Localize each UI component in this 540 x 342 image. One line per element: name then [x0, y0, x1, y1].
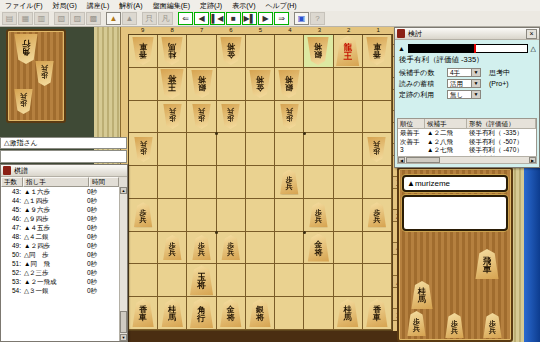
kifu-column-header: 指し手 — [23, 177, 89, 187]
candidate-row[interactable]: 3▲２七飛後手有利（ -470） — [398, 146, 536, 155]
new-file-icon: ▤ — [2, 12, 17, 25]
shogi-piece[interactable]: 歩兵 — [192, 104, 211, 129]
file-label: 1 — [364, 27, 393, 34]
analysis-control-row: 定跡の利用無し▼ — [395, 89, 539, 100]
kifu-cell: ▲４五歩 — [21, 223, 87, 232]
shogi-piece[interactable]: 桂馬 — [161, 37, 183, 65]
board-cell[interactable] — [217, 199, 246, 232]
board-flip-icon: 只 — [142, 12, 157, 25]
kifu-titlebar[interactable]: 棋譜 — [1, 165, 127, 177]
shogi-piece[interactable]: 王将 — [160, 69, 184, 99]
shogi-piece[interactable]: 銀将 — [249, 299, 271, 327]
kifu-row[interactable]: 49:▲２四歩0秒 — [1, 241, 121, 250]
shogi-piece[interactable]: 金将 — [307, 234, 329, 262]
board-cell[interactable]: 歩兵 — [363, 199, 392, 232]
analysis-window: 検討 × ▲ △ 後手有利（評価値 -335） 候補手の数4手▼思考中読みの蓄積… — [394, 27, 540, 168]
board-cell[interactable]: 銀将 — [304, 35, 333, 68]
kifu-row[interactable]: 46:△９四歩0秒 — [1, 214, 121, 223]
kifu-row[interactable]: 43:▲１六歩0秒 — [1, 187, 121, 196]
board-cell[interactable] — [129, 264, 158, 297]
save-file-icon: ▥ — [34, 12, 49, 25]
kifu-cell: 49: — [1, 241, 21, 250]
board-cell[interactable]: 歩兵 — [187, 232, 216, 265]
board-cell[interactable]: 銀将 — [246, 297, 275, 330]
board-cell[interactable] — [334, 101, 363, 134]
shogi-piece[interactable]: 歩兵 — [483, 313, 502, 338]
board-cell[interactable] — [304, 264, 333, 297]
board-cell[interactable]: 歩兵 — [158, 101, 187, 134]
kifu-row[interactable]: 51:▲同 飛0秒 — [1, 259, 121, 268]
nav-stop-icon[interactable]: ■ — [226, 12, 241, 25]
open-file-icon: ▦ — [18, 12, 33, 25]
board-cell[interactable]: 角行 — [187, 297, 216, 330]
candidate-cell: ▲２七飛 — [425, 146, 467, 155]
kifu-row[interactable]: 52:△２三歩0秒 — [1, 268, 121, 277]
edit-icon: ▩ — [86, 12, 101, 25]
kifu-cell: ▲２四歩 — [21, 241, 87, 250]
board-cell[interactable] — [129, 101, 158, 134]
kifu-scroll-thumb[interactable] — [120, 311, 127, 333]
board-grid[interactable]: 香車桂馬金将銀将龍王香車王将銀将金将銀将歩兵歩兵歩兵歩兵歩兵歩兵歩兵歩兵歩兵歩兵… — [128, 34, 393, 331]
menu-item-1[interactable]: 対局(G) — [48, 1, 82, 11]
board-cell[interactable] — [275, 232, 304, 265]
shogi-piece[interactable]: 金将 — [220, 299, 242, 327]
control-dropdown[interactable]: 活用▼ — [447, 79, 481, 88]
board-cell[interactable]: 歩兵 — [217, 232, 246, 265]
nav-back-one-icon[interactable]: ▌◀ — [210, 12, 225, 25]
board-cell[interactable] — [246, 199, 275, 232]
kifu-cell: 45: — [1, 205, 21, 214]
board-cell[interactable] — [129, 68, 158, 101]
board-cell[interactable]: 銀将 — [275, 68, 304, 101]
start-game-icon[interactable]: ▲ — [106, 12, 121, 25]
candidate-cell: 最善手 — [398, 129, 425, 138]
board-cell[interactable] — [334, 166, 363, 199]
file-label: 7 — [187, 27, 216, 34]
kifu-scrollbar[interactable]: ▲ ▼ — [119, 187, 127, 341]
board-cell[interactable]: 金将 — [304, 232, 333, 265]
close-icon[interactable]: × — [526, 29, 537, 39]
board-cell[interactable]: 金将 — [246, 68, 275, 101]
gote-player-name: △激指さん — [0, 137, 127, 149]
board-cell[interactable] — [304, 166, 333, 199]
kifu-cell: △１四歩 — [21, 196, 87, 205]
board-cell[interactable]: 歩兵 — [275, 166, 304, 199]
board-cell[interactable]: 歩兵 — [129, 199, 158, 232]
board-cell[interactable] — [246, 232, 275, 265]
board-bottom-frame — [121, 331, 409, 342]
kifu-column-header: 時間 — [89, 177, 119, 187]
board-cell[interactable]: 香車 — [129, 35, 158, 68]
shogi-piece[interactable]: 歩兵 — [134, 202, 153, 227]
board-cell[interactable] — [275, 264, 304, 297]
shogi-piece[interactable]: 桂馬 — [411, 281, 433, 309]
kifu-cell: △４二銀 — [21, 232, 87, 241]
board-cell[interactable] — [158, 199, 187, 232]
analysis-body: ▲ △ 後手有利（評価値 -335） 候補手の数4手▼思考中読みの蓄積活用▼(P… — [395, 40, 539, 167]
chevron-down-icon[interactable]: ▼ — [471, 69, 480, 76]
board-cell[interactable]: 歩兵 — [304, 199, 333, 232]
kifu-cell: 53: — [1, 277, 21, 286]
kifu-cell: 43: — [1, 187, 21, 196]
board-cell[interactable] — [275, 133, 304, 166]
board-cell[interactable]: 桂馬 — [334, 297, 363, 330]
kifu-cell: 0秒 — [87, 268, 121, 277]
board-cell[interactable] — [217, 264, 246, 297]
board-cell[interactable]: 桂馬 — [158, 35, 187, 68]
board-cell[interactable]: 歩兵 — [275, 101, 304, 134]
shogi-piece[interactable]: 歩兵 — [163, 104, 182, 129]
dropdown-value: 活用 — [448, 80, 471, 87]
board-cell[interactable] — [363, 264, 392, 297]
scroll-up-icon[interactable]: ▲ — [120, 187, 127, 194]
board-cell[interactable] — [217, 133, 246, 166]
board-cell[interactable] — [275, 297, 304, 330]
analysis-window-title: 検討 — [408, 29, 526, 39]
board-cell[interactable] — [304, 297, 333, 330]
analysis-window-icon — [397, 29, 405, 38]
kifu-cell: ▲９六歩 — [21, 205, 87, 214]
menu-item-6[interactable]: 表示(V) — [227, 1, 260, 11]
file-label: 9 — [128, 27, 157, 34]
shogi-piece[interactable]: 香車 — [366, 37, 388, 65]
board-cell[interactable] — [363, 232, 392, 265]
kifu-cell: ▲１六歩 — [21, 187, 87, 196]
hint-icon: ▲ — [122, 12, 137, 25]
board-edit-icon: 凡 — [158, 12, 173, 25]
candidate-header-cell: 順位 — [398, 119, 425, 128]
kifu-cell: ▲同 飛 — [21, 259, 87, 268]
board-cell[interactable] — [275, 199, 304, 232]
nav-first-icon[interactable]: ⇐ — [178, 12, 193, 25]
board-cell[interactable]: 銀将 — [187, 68, 216, 101]
shogi-piece[interactable]: 銀将 — [191, 70, 213, 98]
kifu-cell: 52: — [1, 268, 21, 277]
chevron-down-icon[interactable]: ▼ — [471, 91, 480, 98]
candidate-table-header: 順位候補手形勢（評価値） — [398, 119, 536, 129]
kifu-cell: 54: — [1, 286, 21, 295]
kifu-cell: △２三歩 — [21, 268, 87, 277]
shogi-piece[interactable]: 歩兵 — [134, 137, 153, 162]
kifu-row[interactable]: 45:▲９六歩0秒 — [1, 205, 121, 214]
shogi-piece[interactable]: 金将 — [249, 70, 271, 98]
control-dropdown[interactable]: 無し▼ — [447, 90, 481, 99]
file-label: 6 — [216, 27, 245, 34]
kifu-cell: 0秒 — [87, 259, 121, 268]
kifu-move-list[interactable]: 43:▲１六歩0秒44:△１四歩0秒45:▲９六歩0秒46:△９四歩0秒47:▲… — [1, 187, 121, 341]
kifu-cell: ▲２一飛成 — [21, 277, 87, 286]
shogi-piece[interactable]: 歩兵 — [280, 169, 299, 194]
shogi-piece[interactable]: 龍王 — [336, 36, 360, 66]
board-cell[interactable] — [129, 166, 158, 199]
control-label: 読みの蓄積 — [399, 79, 447, 89]
shogi-piece[interactable]: 歩兵 — [407, 311, 426, 336]
evaluation-text: 後手有利（評価値 -335） — [395, 55, 539, 67]
board-cell[interactable]: 桂馬 — [158, 297, 187, 330]
board-cell[interactable] — [246, 264, 275, 297]
shogi-piece[interactable]: 玉将 — [190, 265, 214, 295]
hoshi-dot — [303, 231, 306, 234]
kifu-cell: 0秒 — [87, 277, 121, 286]
shogi-board: 987654321 香車桂馬金将銀将龍王香車王将銀将金将銀将歩兵歩兵歩兵歩兵歩兵… — [120, 27, 408, 342]
board-cell[interactable] — [363, 166, 392, 199]
candidate-cell: 後手有利（ -507） — [467, 138, 536, 147]
candidate-cell: 次善手 — [398, 138, 425, 147]
shogi-piece[interactable]: 歩兵 — [192, 235, 211, 260]
board-cell[interactable]: 歩兵 — [363, 133, 392, 166]
board-cell[interactable] — [158, 166, 187, 199]
shogi-piece[interactable]: 飛車 — [475, 249, 499, 279]
evaluation-fill — [409, 45, 475, 52]
file-label: 2 — [334, 27, 363, 34]
kifu-row[interactable]: 47:▲４五歩0秒 — [1, 223, 121, 232]
board-cell[interactable]: 香車 — [363, 297, 392, 330]
kifu-cell: 0秒 — [87, 187, 121, 196]
kifu-window-title: 棋譜 — [14, 166, 125, 176]
board-cell[interactable] — [187, 133, 216, 166]
shogi-piece[interactable]: 歩兵 — [367, 202, 386, 227]
hoshi-dot — [215, 132, 218, 135]
shogi-piece[interactable]: 角行 — [190, 298, 214, 328]
board-cell[interactable]: 歩兵 — [187, 101, 216, 134]
hoshi-dot — [303, 132, 306, 135]
candidate-cell: 3 — [398, 146, 425, 155]
kifu-cell: 0秒 — [87, 241, 121, 250]
board-cell[interactable] — [187, 35, 216, 68]
undo-icon: ▧ — [54, 12, 69, 25]
control-status-text: 思考中 — [489, 68, 510, 78]
board-cell[interactable]: 歩兵 — [129, 133, 158, 166]
board-cell[interactable] — [363, 68, 392, 101]
monitor-icon[interactable]: ▣ — [294, 12, 309, 25]
board-cell[interactable] — [246, 101, 275, 134]
board-cell[interactable] — [275, 35, 304, 68]
shogi-piece[interactable]: 香車 — [132, 37, 154, 65]
menu-item-5[interactable]: 定跡(J) — [195, 1, 227, 11]
kifu-cell: 0秒 — [87, 196, 121, 205]
board-cell[interactable]: 龍王 — [334, 35, 363, 68]
candidate-header-cell: 候補手 — [425, 119, 467, 128]
kifu-cell: 0秒 — [87, 232, 121, 241]
toolbar: ▤▦▥▧▨▩▲▲只凡⇐◀▌◀■▶▌▶⇒▣? — [0, 11, 540, 27]
kifu-cell: 0秒 — [87, 286, 121, 295]
candidate-cell: 後手有利（ -335） — [467, 129, 536, 138]
menu-item-2[interactable]: 講座(L) — [82, 1, 115, 11]
board-cell[interactable] — [304, 68, 333, 101]
kifu-cell: 0秒 — [87, 205, 121, 214]
gote-comment-box — [0, 150, 127, 163]
analysis-control-row: 読みの蓄積活用▼(Pro+) — [395, 78, 539, 89]
candidate-header-cell: 形勢（評価値） — [467, 119, 536, 128]
board-cell[interactable] — [246, 133, 275, 166]
dropdown-value: 4手 — [448, 69, 471, 76]
board-cell[interactable]: 香車 — [363, 35, 392, 68]
board-cell[interactable] — [187, 199, 216, 232]
shogi-piece[interactable]: 歩兵 — [163, 235, 182, 260]
kifu-cell: △９四歩 — [21, 214, 87, 223]
help-icon: ? — [310, 12, 325, 25]
file-label: 8 — [157, 27, 186, 34]
kifu-cell: 0秒 — [87, 223, 121, 232]
board-cell[interactable] — [304, 133, 333, 166]
board-cell[interactable]: 歩兵 — [158, 232, 187, 265]
kifu-row[interactable]: 53:▲２一飛成0秒 — [1, 277, 121, 286]
shogi-piece[interactable]: 香車 — [366, 299, 388, 327]
kifu-column-header: 手数 — [1, 177, 23, 187]
nav-forward-one-icon[interactable]: ▶▌ — [242, 12, 257, 25]
shogi-piece[interactable]: 歩兵 — [35, 61, 54, 86]
nav-back-icon[interactable]: ◀ — [194, 12, 209, 25]
kifu-row[interactable]: 44:△１四歩0秒 — [1, 196, 121, 205]
board-cell[interactable]: 金将 — [217, 35, 246, 68]
kifu-row[interactable]: 50:△同 歩0秒 — [1, 250, 121, 259]
nav-forward-icon[interactable]: ▶ — [258, 12, 273, 25]
candidate-row[interactable]: 次善手▲２八飛後手有利（ -507） — [398, 138, 536, 147]
dropdown-value: 無し — [448, 91, 471, 98]
shogi-piece[interactable]: 金将 — [220, 37, 242, 65]
kifu-window-icon — [3, 166, 11, 175]
board-cell[interactable]: 王将 — [158, 68, 187, 101]
kifu-row[interactable]: 48:△４二銀0秒 — [1, 232, 121, 241]
shogi-piece[interactable]: 歩兵 — [445, 313, 464, 338]
kifu-cell: 44: — [1, 196, 21, 205]
gote-piece-stand[interactable]: 角行歩兵歩兵 — [6, 29, 66, 123]
control-label: 定跡の利用 — [399, 90, 447, 100]
control-dropdown[interactable]: 4手▼ — [447, 68, 481, 77]
board-cell[interactable] — [129, 232, 158, 265]
board-cell[interactable] — [334, 68, 363, 101]
chevron-down-icon[interactable]: ▼ — [471, 80, 480, 87]
candidate-scroll-thumb[interactable] — [406, 157, 440, 163]
shogi-piece[interactable]: 歩兵 — [221, 104, 240, 129]
candidate-cell: ▲２二飛 — [425, 129, 467, 138]
shogi-piece[interactable]: 銀将 — [307, 37, 329, 65]
file-label: 3 — [305, 27, 334, 34]
board-cell[interactable] — [187, 166, 216, 199]
shogi-piece[interactable]: 銀将 — [278, 70, 300, 98]
candidate-cell: ▲２八飛 — [425, 138, 467, 147]
kifu-cell: 0秒 — [87, 250, 121, 259]
candidate-row[interactable]: 最善手▲２二飛後手有利（ -335） — [398, 129, 536, 138]
shogi-piece[interactable]: 歩兵 — [367, 137, 386, 162]
menu-item-7[interactable]: ヘルプ(H) — [260, 1, 301, 11]
board-cell[interactable] — [334, 199, 363, 232]
board-cell[interactable] — [363, 101, 392, 134]
candidate-cell: 後手有利（ -470） — [467, 146, 536, 155]
gote-mark: △ — [531, 45, 536, 53]
board-cell[interactable] — [246, 166, 275, 199]
board-cell[interactable] — [158, 133, 187, 166]
shogi-piece[interactable]: 桂馬 — [161, 299, 183, 327]
scroll-down-icon[interactable]: ▼ — [120, 334, 127, 341]
board-cell[interactable] — [217, 166, 246, 199]
kifu-cell: △同 歩 — [21, 250, 87, 259]
scroll-right-icon[interactable]: ▶ — [529, 157, 536, 163]
sente-mark: ▲ — [398, 45, 405, 52]
board-cell[interactable] — [246, 35, 275, 68]
shogi-piece[interactable]: 歩兵 — [221, 235, 240, 260]
board-cell[interactable]: 歩兵 — [217, 101, 246, 134]
control-label: 候補手の数 — [399, 68, 447, 78]
kifu-cell: △３一銀 — [21, 286, 87, 295]
sente-comment-box — [402, 195, 508, 231]
board-file-labels: 987654321 — [128, 27, 393, 34]
kifu-cell: 48: — [1, 232, 21, 241]
candidate-table-hscrollbar[interactable]: ◀ ▶ — [397, 156, 537, 164]
sente-piece-stand[interactable]: ▲murizeme 飛車桂馬歩兵歩兵歩兵 — [397, 167, 513, 342]
shogi-piece[interactable]: 桂馬 — [337, 299, 359, 327]
file-label: 4 — [275, 27, 304, 34]
scroll-left-icon[interactable]: ◀ — [398, 157, 405, 163]
kifu-column-headers: 手数指し手時間 — [1, 177, 127, 187]
board-cell[interactable] — [334, 133, 363, 166]
kifu-window: 棋譜 手数指し手時間 43:▲１六歩0秒44:△１四歩0秒45:▲９六歩0秒46… — [0, 164, 128, 342]
board-cell[interactable] — [334, 232, 363, 265]
file-label: 5 — [246, 27, 275, 34]
evaluation-marker — [474, 44, 476, 53]
analysis-control-row: 候補手の数4手▼思考中 — [395, 67, 539, 78]
shogi-piece[interactable]: 歩兵 — [14, 89, 33, 114]
board-cell[interactable]: 香車 — [129, 297, 158, 330]
board-cell[interactable]: 玉将 — [187, 264, 216, 297]
kifu-cell: 47: — [1, 223, 21, 232]
board-cell[interactable]: 金将 — [217, 297, 246, 330]
shogi-piece[interactable]: 歩兵 — [280, 104, 299, 129]
sente-player-name: ▲murizeme — [402, 175, 508, 192]
menu-item-4[interactable]: 盤面編集(E) — [148, 1, 195, 11]
board-cell[interactable] — [304, 101, 333, 134]
board-cell[interactable] — [158, 264, 187, 297]
menu-item-3[interactable]: 解析(A) — [114, 1, 147, 11]
kifu-row[interactable]: 54:△３一銀0秒 — [1, 286, 121, 295]
kifu-cell: 50: — [1, 250, 21, 259]
evaluation-bar — [408, 44, 528, 53]
control-status-text: (Pro+) — [489, 80, 509, 87]
shogi-piece[interactable]: 香車 — [132, 299, 154, 327]
analysis-titlebar[interactable]: 検討 × — [395, 28, 539, 40]
kifu-cell: 46: — [1, 214, 21, 223]
kifu-cell: 0秒 — [87, 214, 121, 223]
kifu-cell: 51: — [1, 259, 21, 268]
board-cell[interactable] — [334, 264, 363, 297]
hoshi-dot — [215, 231, 218, 234]
shogi-piece[interactable]: 角行 — [14, 34, 38, 64]
board-cell[interactable] — [217, 68, 246, 101]
analysis-controls: 候補手の数4手▼思考中読みの蓄積活用▼(Pro+)定跡の利用無し▼ — [395, 67, 539, 100]
menu-item-0[interactable]: ファイル(F) — [0, 1, 48, 11]
shogi-piece[interactable]: 歩兵 — [309, 202, 328, 227]
redo-icon: ▨ — [70, 12, 85, 25]
nav-last-icon[interactable]: ⇒ — [274, 12, 289, 25]
